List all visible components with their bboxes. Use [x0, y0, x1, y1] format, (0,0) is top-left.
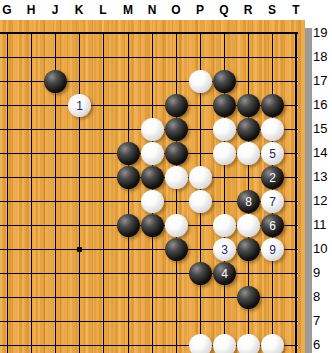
stone-black-o10[interactable] — [165, 238, 188, 261]
stone-white-p13[interactable] — [189, 166, 212, 189]
grid-line-row-18 — [0, 57, 298, 58]
column-label-h: H — [27, 2, 36, 18]
move-number-label: 2 — [269, 172, 276, 184]
row-label-12: 12 — [313, 194, 332, 208]
stone-white-q14[interactable] — [213, 142, 236, 165]
stone-black-r10[interactable] — [237, 238, 260, 261]
stone-white-n12[interactable] — [141, 190, 164, 213]
column-label-t: T — [292, 2, 299, 18]
stone-black-m13[interactable] — [117, 166, 140, 189]
stone-white-k16[interactable]: 1 — [68, 94, 91, 117]
stone-black-n13[interactable] — [141, 166, 164, 189]
row-label-17: 17 — [313, 74, 332, 88]
stone-white-s14[interactable]: 5 — [261, 142, 284, 165]
move-number-label: 1 — [76, 100, 83, 112]
move-number-label: 8 — [245, 196, 252, 208]
row-label-14: 14 — [313, 146, 332, 160]
stone-black-m11[interactable] — [117, 214, 140, 237]
move-number-label: 9 — [269, 244, 276, 256]
stone-black-o15[interactable] — [165, 118, 188, 141]
stone-black-o14[interactable] — [165, 142, 188, 165]
row-label-9: 9 — [313, 266, 332, 280]
move-number-label: 3 — [221, 244, 228, 256]
row-label-11: 11 — [313, 218, 332, 232]
stone-black-s11[interactable]: 6 — [261, 214, 284, 237]
stone-black-j17[interactable] — [44, 70, 67, 93]
stone-white-n14[interactable] — [141, 142, 164, 165]
row-label-13: 13 — [313, 170, 332, 184]
column-label-m: M — [123, 2, 133, 18]
stone-white-p6[interactable] — [189, 334, 212, 353]
column-label-n: N — [148, 2, 157, 18]
row-label-15: 15 — [313, 122, 332, 136]
stone-white-n15[interactable] — [141, 118, 164, 141]
column-label-k: K — [75, 2, 84, 18]
stone-black-r12[interactable]: 8 — [237, 190, 260, 213]
column-label-p: P — [196, 2, 204, 18]
stone-black-n11[interactable] — [141, 214, 164, 237]
grid-line-row-19 — [0, 32, 298, 34]
stone-white-q10[interactable]: 3 — [213, 238, 236, 261]
row-label-18: 18 — [313, 50, 332, 64]
stone-black-q9[interactable]: 4 — [213, 262, 236, 285]
stone-black-m14[interactable] — [117, 142, 140, 165]
stone-white-s12[interactable]: 7 — [261, 190, 284, 213]
move-number-label: 7 — [269, 196, 276, 208]
stone-white-r11[interactable] — [237, 214, 260, 237]
stone-white-o11[interactable] — [165, 214, 188, 237]
row-label-10: 10 — [313, 242, 332, 256]
column-label-g: G — [2, 2, 11, 18]
stone-white-p17[interactable] — [189, 70, 212, 93]
stone-black-s13[interactable]: 2 — [261, 166, 284, 189]
grid-line-row-9 — [0, 273, 298, 274]
row-label-19: 19 — [313, 26, 332, 40]
stone-white-r14[interactable] — [237, 142, 260, 165]
stone-black-r8[interactable] — [237, 286, 260, 309]
stone-white-s6[interactable] — [261, 334, 284, 353]
column-label-l: L — [99, 2, 106, 18]
stone-black-s16[interactable] — [261, 94, 284, 117]
stone-black-q17[interactable] — [213, 70, 236, 93]
row-label-6: 6 — [313, 338, 332, 352]
move-number-label: 5 — [269, 148, 276, 160]
row-label-16: 16 — [313, 98, 332, 112]
stone-black-o16[interactable] — [165, 94, 188, 117]
row-label-7: 7 — [313, 314, 332, 328]
column-label-r: R — [244, 2, 253, 18]
column-label-j: J — [52, 2, 59, 18]
stone-black-p9[interactable] — [189, 262, 212, 285]
move-number-label: 6 — [269, 220, 276, 232]
stone-white-s10[interactable]: 9 — [261, 238, 284, 261]
column-label-s: S — [268, 2, 276, 18]
stone-black-q16[interactable] — [213, 94, 236, 117]
move-number-label: 4 — [221, 268, 228, 280]
stone-white-q15[interactable] — [213, 118, 236, 141]
stone-white-q11[interactable] — [213, 214, 236, 237]
stone-black-r16[interactable] — [237, 94, 260, 117]
row-label-8: 8 — [313, 290, 332, 304]
column-label-o: O — [171, 2, 180, 18]
stone-white-r6[interactable] — [237, 334, 260, 353]
grid-line-row-7 — [0, 321, 298, 322]
stone-white-p12[interactable] — [189, 190, 212, 213]
stone-white-s15[interactable] — [261, 118, 284, 141]
stone-white-q6[interactable] — [213, 334, 236, 353]
stone-black-r15[interactable] — [237, 118, 260, 141]
star-point-k10 — [77, 247, 82, 252]
board-drop-shadow — [305, 28, 312, 353]
stone-white-o13[interactable] — [165, 166, 188, 189]
column-label-q: Q — [219, 2, 228, 18]
go-diagram-screen: GHJKLMNOPQRST191817161514131211109876 28… — [0, 0, 332, 353]
